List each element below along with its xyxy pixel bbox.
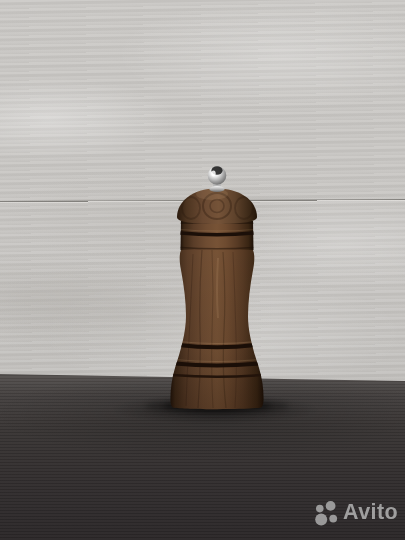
mill-cap [177, 188, 257, 224]
watermark: Avito [313, 499, 398, 528]
photo-frame: Avito [0, 0, 405, 540]
mill-body [171, 248, 264, 409]
mill-knob-icon [208, 166, 227, 192]
avito-logo-icon [313, 499, 340, 528]
pepper-mill [160, 158, 266, 420]
watermark-text: Avito [343, 502, 398, 526]
mill-collar [181, 221, 254, 250]
